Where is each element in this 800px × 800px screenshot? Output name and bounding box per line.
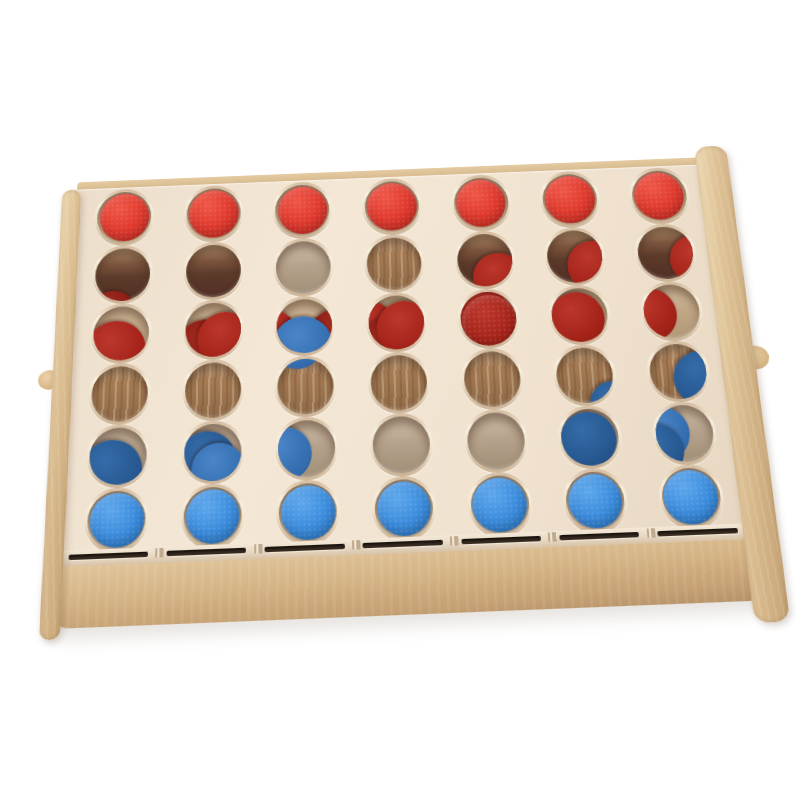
cell-r2c2 bbox=[168, 240, 259, 302]
hole-rim bbox=[181, 358, 244, 422]
cell-r2c3 bbox=[258, 237, 349, 298]
hole-rim bbox=[626, 167, 692, 225]
hole bbox=[368, 295, 426, 351]
blue-disc bbox=[559, 411, 619, 467]
hole-rim bbox=[361, 178, 423, 237]
red-disc bbox=[550, 292, 607, 343]
hole bbox=[462, 350, 522, 407]
hole-rim bbox=[94, 188, 155, 247]
cell-r3c2 bbox=[167, 298, 259, 361]
red-disc bbox=[641, 288, 680, 340]
red-disc bbox=[93, 319, 146, 361]
cell-r4c5 bbox=[444, 347, 541, 412]
hole-rim bbox=[274, 355, 337, 419]
hole bbox=[97, 191, 152, 244]
hole-rim bbox=[180, 483, 245, 551]
cell-r5c7 bbox=[634, 400, 735, 467]
hole-rim bbox=[363, 234, 426, 294]
red-disc bbox=[472, 252, 514, 287]
red-disc bbox=[278, 186, 328, 235]
cell-r6c3 bbox=[260, 478, 357, 547]
hole bbox=[641, 284, 702, 340]
cell-r3c6 bbox=[532, 284, 629, 347]
hole bbox=[279, 482, 338, 543]
cell-r4c2 bbox=[166, 358, 260, 423]
red-disc bbox=[543, 175, 597, 224]
hole-rim bbox=[453, 230, 517, 290]
red-disc bbox=[185, 361, 193, 377]
cell-r5c3 bbox=[260, 415, 355, 482]
hole bbox=[466, 412, 527, 471]
hole bbox=[653, 404, 716, 463]
hole-rim bbox=[551, 344, 618, 408]
hole bbox=[374, 478, 434, 539]
cell-r6c4 bbox=[355, 475, 453, 544]
cell-r4c6 bbox=[536, 343, 634, 408]
hole-rim bbox=[92, 245, 154, 305]
hole bbox=[89, 427, 147, 486]
hole-rim bbox=[274, 295, 336, 357]
hole-rim bbox=[632, 223, 699, 283]
red-disc bbox=[565, 240, 604, 284]
hole bbox=[186, 187, 240, 240]
connect-four-board bbox=[57, 164, 760, 626]
hole bbox=[554, 347, 615, 404]
hole-rim bbox=[273, 237, 335, 297]
hole bbox=[364, 180, 420, 233]
slot-opening bbox=[559, 532, 639, 541]
red-disc bbox=[668, 234, 696, 280]
slot-opening bbox=[265, 544, 345, 553]
red-disc bbox=[189, 190, 239, 239]
hole-rim bbox=[656, 464, 727, 531]
blue-disc bbox=[277, 358, 323, 370]
blue-disc bbox=[89, 439, 143, 486]
hole-rim bbox=[638, 281, 706, 343]
red-disc bbox=[455, 179, 507, 228]
blue-disc bbox=[471, 476, 529, 533]
cell-r1c4 bbox=[346, 177, 437, 237]
hole-rim bbox=[90, 303, 153, 365]
cell-r1c6 bbox=[523, 170, 617, 230]
red-disc bbox=[632, 172, 687, 221]
cell-r1c3 bbox=[258, 181, 348, 241]
slot-divider bbox=[646, 528, 655, 538]
hole-rim bbox=[84, 487, 150, 555]
cell-r3c4 bbox=[350, 291, 444, 354]
hole bbox=[183, 486, 241, 547]
red-disc bbox=[197, 311, 241, 358]
cell-r5c5 bbox=[447, 408, 545, 475]
cell-r5c2 bbox=[165, 419, 260, 486]
blue-disc bbox=[89, 492, 145, 549]
blue-disc bbox=[278, 426, 312, 479]
cell-r1c7 bbox=[612, 166, 707, 226]
hole-rim bbox=[181, 420, 245, 486]
hole bbox=[541, 173, 599, 226]
hole-grid bbox=[68, 166, 742, 548]
hole bbox=[456, 233, 514, 287]
cell-r6c2 bbox=[164, 482, 260, 551]
hole-rim bbox=[459, 347, 525, 411]
cell-r5c1 bbox=[70, 423, 166, 490]
hole bbox=[276, 240, 332, 294]
cell-r3c1 bbox=[75, 302, 168, 365]
hole-rim bbox=[449, 174, 512, 233]
cell-r2c5 bbox=[438, 230, 532, 291]
hole bbox=[370, 354, 428, 412]
cell-r1c5 bbox=[435, 173, 528, 233]
cell-r6c7 bbox=[640, 463, 743, 532]
cell-r2c7 bbox=[617, 222, 713, 283]
hole bbox=[93, 305, 150, 361]
hole bbox=[469, 475, 531, 536]
hole-rim bbox=[371, 475, 438, 542]
hole-rim bbox=[542, 227, 607, 287]
slot-divider bbox=[254, 544, 262, 554]
hole bbox=[635, 226, 695, 280]
cell-r5c6 bbox=[540, 404, 640, 471]
hole-rim bbox=[556, 405, 624, 470]
cell-r2c4 bbox=[348, 233, 441, 294]
hole bbox=[277, 298, 333, 354]
red-disc bbox=[366, 182, 417, 231]
slot-divider bbox=[450, 536, 459, 546]
blue-disc bbox=[588, 380, 615, 404]
hole bbox=[185, 302, 241, 358]
hole-rim bbox=[88, 362, 152, 426]
cell-r3c7 bbox=[623, 280, 721, 343]
blue-disc bbox=[661, 469, 721, 526]
hole-rim bbox=[561, 468, 631, 535]
cell-r5c4 bbox=[353, 412, 450, 479]
hole-rim bbox=[367, 351, 432, 415]
hole bbox=[275, 184, 330, 237]
cell-r4c7 bbox=[628, 339, 727, 404]
hole bbox=[184, 423, 241, 482]
slot-opening bbox=[166, 548, 246, 557]
hole-rim bbox=[86, 423, 151, 489]
red-disc bbox=[99, 193, 150, 242]
hole-rim bbox=[275, 416, 339, 482]
hole-rim bbox=[462, 408, 529, 473]
hole bbox=[372, 415, 431, 474]
slot-divider bbox=[548, 532, 557, 542]
cell-r4c1 bbox=[72, 362, 166, 427]
blue-disc bbox=[185, 488, 240, 545]
hole bbox=[278, 419, 336, 478]
cell-r2c6 bbox=[527, 226, 622, 287]
cell-r3c5 bbox=[441, 287, 536, 350]
slot-opening bbox=[68, 552, 148, 561]
hole-rim bbox=[182, 299, 244, 361]
hole-rim bbox=[365, 292, 429, 354]
cell-r1c2 bbox=[169, 184, 259, 244]
cell-r6c5 bbox=[450, 471, 550, 540]
hole bbox=[366, 237, 423, 291]
hole bbox=[453, 177, 510, 230]
slot-divider bbox=[155, 548, 163, 558]
blue-disc bbox=[566, 473, 625, 530]
hole bbox=[87, 490, 146, 551]
hole bbox=[185, 361, 242, 419]
hole bbox=[630, 170, 689, 223]
cell-r6c6 bbox=[545, 467, 646, 536]
red-disc bbox=[95, 290, 136, 302]
hole bbox=[95, 247, 151, 302]
hole-rim bbox=[369, 412, 435, 478]
blue-disc bbox=[671, 350, 709, 401]
slot-divider bbox=[352, 540, 361, 550]
hole-rim bbox=[456, 288, 521, 350]
hole bbox=[559, 408, 621, 467]
hole-rim bbox=[183, 241, 244, 301]
slot-opening bbox=[461, 536, 541, 545]
hole bbox=[647, 343, 709, 400]
hole-rim bbox=[644, 340, 713, 404]
blue-disc bbox=[376, 480, 433, 537]
hole bbox=[277, 358, 334, 416]
cell-r2c1 bbox=[77, 244, 169, 306]
hole bbox=[186, 244, 241, 299]
hole bbox=[91, 365, 149, 423]
slot-opening bbox=[658, 528, 738, 537]
hole-rim bbox=[547, 284, 613, 346]
hole bbox=[459, 291, 518, 347]
hole bbox=[545, 229, 604, 283]
product-photo bbox=[0, 0, 800, 800]
hole-rim bbox=[466, 471, 534, 538]
hole-rim bbox=[273, 181, 334, 240]
cell-r4c3 bbox=[259, 354, 353, 419]
hole bbox=[564, 471, 627, 532]
red-disc bbox=[460, 294, 517, 347]
cell-r6c1 bbox=[68, 486, 165, 555]
hole bbox=[550, 287, 610, 343]
hole-rim bbox=[183, 185, 243, 244]
hole-rim bbox=[538, 170, 602, 229]
cell-r3c3 bbox=[259, 295, 352, 358]
hole-rim bbox=[650, 401, 720, 466]
blue-disc bbox=[281, 484, 336, 541]
cell-r1c1 bbox=[79, 188, 170, 248]
cell-r4c4 bbox=[351, 350, 446, 415]
hole bbox=[659, 467, 723, 528]
hole-rim bbox=[276, 479, 341, 547]
slot-opening bbox=[363, 540, 443, 549]
